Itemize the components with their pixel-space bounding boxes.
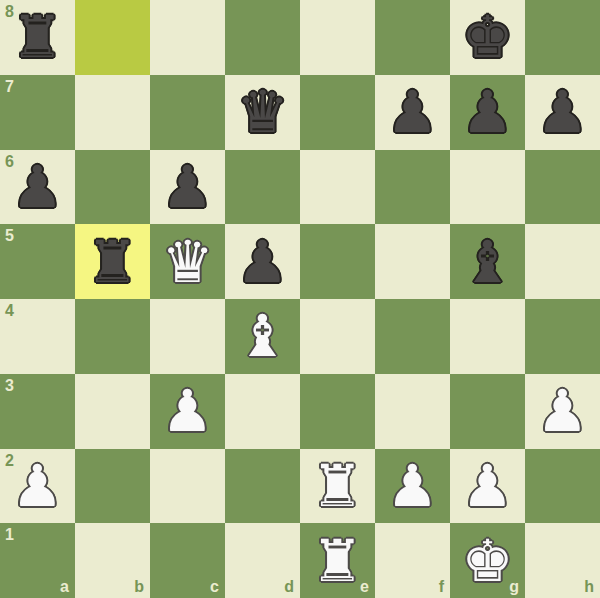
black-pawn-piece[interactable]: ♟ [150,150,225,225]
square-f8[interactable] [375,0,450,75]
square-f6[interactable] [375,150,450,225]
square-f7[interactable]: ♟ [375,75,450,150]
square-g8[interactable]: ♚ [450,0,525,75]
square-g5[interactable]: ♝ [450,224,525,299]
square-a8[interactable]: 8♜ [0,0,75,75]
rank-label-1: 1 [5,527,14,543]
square-b7[interactable] [75,75,150,150]
square-b1[interactable]: b [75,523,150,598]
square-c8[interactable] [150,0,225,75]
square-c7[interactable] [150,75,225,150]
square-c2[interactable] [150,449,225,524]
square-h6[interactable] [525,150,600,225]
square-g7[interactable]: ♟ [450,75,525,150]
white-pawn-piece[interactable]: ♟ [0,449,75,524]
square-h4[interactable] [525,299,600,374]
square-a1[interactable]: 1a [0,523,75,598]
square-e2[interactable]: ♜ [300,449,375,524]
square-d5[interactable]: ♟ [225,224,300,299]
square-d3[interactable] [225,374,300,449]
square-c4[interactable] [150,299,225,374]
square-d6[interactable] [225,150,300,225]
white-pawn-piece[interactable]: ♟ [450,449,525,524]
black-rook-piece[interactable]: ♜ [75,224,150,299]
white-rook-piece[interactable]: ♜ [300,449,375,524]
square-e5[interactable] [300,224,375,299]
black-king-piece[interactable]: ♚ [450,0,525,75]
square-b4[interactable] [75,299,150,374]
rank-label-3: 3 [5,378,14,394]
square-a4[interactable]: 4 [0,299,75,374]
file-label-h: h [584,579,594,595]
square-h7[interactable]: ♟ [525,75,600,150]
square-a2[interactable]: 2♟ [0,449,75,524]
square-g2[interactable]: ♟ [450,449,525,524]
rank-label-7: 7 [5,79,14,95]
file-label-c: c [210,579,219,595]
black-pawn-piece[interactable]: ♟ [375,75,450,150]
square-b8[interactable] [75,0,150,75]
square-e1[interactable]: e♜ [300,523,375,598]
square-a7[interactable]: 7 [0,75,75,150]
square-e4[interactable] [300,299,375,374]
square-h1[interactable]: h [525,523,600,598]
rank-label-5: 5 [5,228,14,244]
square-d2[interactable] [225,449,300,524]
square-c6[interactable]: ♟ [150,150,225,225]
square-d8[interactable] [225,0,300,75]
square-f1[interactable]: f [375,523,450,598]
file-label-a: a [60,579,69,595]
rank-label-4: 4 [5,303,14,319]
square-g1[interactable]: g♚ [450,523,525,598]
white-rook-piece[interactable]: ♜ [300,523,375,598]
square-e7[interactable] [300,75,375,150]
black-pawn-piece[interactable]: ♟ [525,75,600,150]
square-h5[interactable] [525,224,600,299]
square-f2[interactable]: ♟ [375,449,450,524]
black-bishop-piece[interactable]: ♝ [450,224,525,299]
square-c1[interactable]: c [150,523,225,598]
white-pawn-piece[interactable]: ♟ [525,374,600,449]
white-pawn-piece[interactable]: ♟ [150,374,225,449]
square-g3[interactable] [450,374,525,449]
file-label-d: d [284,579,294,595]
white-pawn-piece[interactable]: ♟ [375,449,450,524]
black-pawn-piece[interactable]: ♟ [0,150,75,225]
square-e3[interactable] [300,374,375,449]
square-d7[interactable]: ♛ [225,75,300,150]
square-e6[interactable] [300,150,375,225]
white-bishop-piece[interactable]: ♝ [225,299,300,374]
square-b3[interactable] [75,374,150,449]
square-f4[interactable] [375,299,450,374]
square-d4[interactable]: ♝ [225,299,300,374]
square-d1[interactable]: d [225,523,300,598]
chess-board-container: 8♜♚7♛♟♟♟6♟♟5♜♛♟♝4♝3♟♟2♟♜♟♟1abcde♜fg♚h [0,0,600,598]
black-pawn-piece[interactable]: ♟ [450,75,525,150]
black-queen-piece[interactable]: ♛ [225,75,300,150]
square-g4[interactable] [450,299,525,374]
file-label-b: b [134,579,144,595]
black-rook-piece[interactable]: ♜ [0,0,75,75]
square-a6[interactable]: 6♟ [0,150,75,225]
white-king-piece[interactable]: ♚ [450,523,525,598]
square-b6[interactable] [75,150,150,225]
file-label-f: f [439,579,444,595]
square-b5[interactable]: ♜ [75,224,150,299]
square-g6[interactable] [450,150,525,225]
square-h2[interactable] [525,449,600,524]
square-c3[interactable]: ♟ [150,374,225,449]
square-e8[interactable] [300,0,375,75]
square-b2[interactable] [75,449,150,524]
square-a3[interactable]: 3 [0,374,75,449]
square-f3[interactable] [375,374,450,449]
square-a5[interactable]: 5 [0,224,75,299]
square-h8[interactable] [525,0,600,75]
square-f5[interactable] [375,224,450,299]
square-h3[interactable]: ♟ [525,374,600,449]
black-pawn-piece[interactable]: ♟ [225,224,300,299]
chess-board: 8♜♚7♛♟♟♟6♟♟5♜♛♟♝4♝3♟♟2♟♜♟♟1abcde♜fg♚h [0,0,600,598]
square-c5[interactable]: ♛ [150,224,225,299]
white-queen-piece[interactable]: ♛ [150,224,225,299]
